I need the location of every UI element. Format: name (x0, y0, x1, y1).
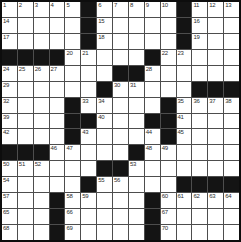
cell-r15c11[interactable]: 70 (161, 225, 176, 240)
cell-r1c14[interactable]: 12 (208, 2, 223, 17)
clue-number: 51 (19, 161, 25, 168)
cell-r15c9[interactable] (129, 225, 144, 240)
clue-number: 8 (130, 2, 133, 9)
clue-number: 7 (114, 2, 117, 9)
cell-r6c9[interactable]: 31 (129, 82, 144, 97)
cell-r9c4[interactable] (50, 129, 65, 144)
cell-r1c5[interactable]: 5 (65, 2, 80, 17)
cell-r14c9[interactable] (129, 209, 144, 224)
cell-r14c7[interactable] (97, 209, 112, 224)
cell-r2c10[interactable] (145, 18, 160, 33)
cell-r13c15[interactable]: 64 (224, 193, 239, 208)
clue-number: 42 (3, 129, 9, 136)
cell-r9c8[interactable] (113, 129, 128, 144)
cell-r10c13[interactable] (192, 145, 207, 160)
cell-r10c11[interactable]: 49 (161, 145, 176, 160)
black-cell-r6c15 (224, 82, 239, 97)
cell-r1c15[interactable]: 13 (224, 2, 239, 17)
clue-number: 39 (3, 114, 9, 121)
cell-r2c1[interactable]: 14 (2, 18, 17, 33)
clue-number: 3 (35, 2, 38, 9)
cell-r13c5[interactable]: 58 (65, 193, 80, 208)
cell-r9c12[interactable]: 45 (177, 129, 192, 144)
cell-r6c8[interactable]: 30 (113, 82, 128, 97)
clue-number: 60 (162, 193, 168, 200)
cell-r13c7[interactable] (97, 193, 112, 208)
cell-r4c11[interactable]: 22 (161, 50, 176, 65)
cell-r7c6[interactable]: 33 (81, 98, 96, 113)
cell-r8c1[interactable]: 39 (2, 114, 17, 129)
cell-r2c3[interactable] (34, 18, 49, 33)
cell-r10c6[interactable] (81, 145, 96, 160)
clue-number: 44 (146, 129, 152, 136)
cell-r14c8[interactable] (113, 209, 128, 224)
cell-r3c4[interactable] (50, 34, 65, 49)
clue-number: 32 (3, 98, 9, 105)
cell-r12c3[interactable] (34, 177, 49, 192)
clue-number: 25 (19, 66, 25, 73)
clue-number: 40 (98, 114, 104, 121)
clue-number: 50 (3, 161, 9, 168)
cell-r11c9[interactable]: 53 (129, 161, 144, 176)
black-cell-r6c14 (208, 82, 223, 97)
cell-r8c2[interactable] (18, 114, 33, 129)
clue-number: 31 (130, 82, 136, 89)
cell-r4c7[interactable] (97, 50, 112, 65)
cell-r1c1[interactable]: 1 (2, 2, 17, 17)
cell-r4c15[interactable] (224, 50, 239, 65)
clue-number: 4 (51, 2, 54, 9)
cell-r2c2[interactable] (18, 18, 33, 33)
clue-number: 22 (162, 50, 168, 57)
cell-r4c14[interactable] (208, 50, 223, 65)
clue-number: 69 (66, 225, 72, 232)
cell-r11c2[interactable]: 51 (18, 161, 33, 176)
cell-r8c14[interactable] (208, 114, 223, 129)
black-cell-r7c5 (65, 98, 80, 113)
clue-number: 13 (225, 2, 231, 9)
cell-r10c7[interactable] (97, 145, 112, 160)
cell-r12c10[interactable] (145, 177, 160, 192)
cell-r2c9[interactable] (129, 18, 144, 33)
clue-number: 65 (3, 209, 9, 216)
black-cell-r3c12 (177, 34, 192, 49)
cell-r13c14[interactable]: 63 (208, 193, 223, 208)
cell-r11c15[interactable] (224, 161, 239, 176)
black-cell-r10c9 (129, 145, 144, 160)
cell-r5c15[interactable] (224, 66, 239, 81)
cell-r4c8[interactable] (113, 50, 128, 65)
black-cell-r7c11 (161, 98, 176, 113)
cell-r7c1[interactable]: 32 (2, 98, 17, 113)
cell-r13c12[interactable]: 61 (177, 193, 192, 208)
black-cell-r1c6 (81, 2, 96, 17)
cell-r3c15[interactable] (224, 34, 239, 49)
clue-number: 34 (98, 98, 104, 105)
cell-r11c1[interactable]: 50 (2, 161, 17, 176)
clue-number: 70 (162, 225, 168, 232)
clue-number: 33 (82, 98, 88, 105)
black-cell-r5c8 (113, 66, 128, 81)
black-cell-r4c2 (18, 50, 33, 65)
cell-r12c1[interactable]: 54 (2, 177, 17, 192)
black-cell-r12c12 (177, 177, 192, 192)
cell-r12c7[interactable]: 55 (97, 177, 112, 192)
cell-r5c6[interactable] (81, 66, 96, 81)
clue-number: 19 (193, 34, 199, 41)
black-cell-r10c1 (2, 145, 17, 160)
clue-number: 36 (193, 98, 199, 105)
cell-r7c9[interactable] (129, 98, 144, 113)
black-cell-r8c5 (65, 114, 80, 129)
cell-r13c2[interactable] (18, 193, 33, 208)
cell-r12c11[interactable] (161, 177, 176, 192)
cell-r12c8[interactable]: 56 (113, 177, 128, 192)
cell-r3c8[interactable] (113, 34, 128, 49)
cell-r3c7[interactable]: 18 (97, 34, 112, 49)
cell-r6c2[interactable] (18, 82, 33, 97)
cell-r13c3[interactable] (34, 193, 49, 208)
cell-r1c4[interactable]: 4 (50, 2, 65, 17)
cell-r5c10[interactable]: 28 (145, 66, 160, 81)
clue-number: 14 (3, 18, 9, 25)
cell-r11c5[interactable] (65, 161, 80, 176)
cell-r7c13[interactable]: 36 (192, 98, 207, 113)
cell-r12c9[interactable] (129, 177, 144, 192)
cell-r15c3[interactable] (34, 225, 49, 240)
clue-number: 45 (178, 129, 184, 136)
clue-number: 21 (82, 50, 88, 57)
clue-number: 1 (3, 2, 6, 9)
black-cell-r12c13 (192, 177, 207, 192)
cell-r15c6[interactable] (81, 225, 96, 240)
black-cell-r11c8 (113, 161, 128, 176)
black-cell-r5c9 (129, 66, 144, 81)
cell-r2c5[interactable] (65, 18, 80, 33)
clue-number: 55 (98, 177, 104, 184)
black-cell-r15c4 (50, 225, 65, 240)
cell-r7c2[interactable] (18, 98, 33, 113)
cell-r14c14[interactable] (208, 209, 223, 224)
cell-r3c10[interactable] (145, 34, 160, 49)
cell-r2c11[interactable] (161, 18, 176, 33)
cell-r11c13[interactable] (192, 161, 207, 176)
cell-r9c3[interactable] (34, 129, 49, 144)
cell-r15c7[interactable] (97, 225, 112, 240)
cell-r12c4[interactable] (50, 177, 65, 192)
cell-r14c1[interactable]: 65 (2, 209, 17, 224)
cell-r5c12[interactable] (177, 66, 192, 81)
cell-r3c11[interactable] (161, 34, 176, 49)
cell-r13c11[interactable]: 60 (161, 193, 176, 208)
cell-r15c5[interactable]: 69 (65, 225, 80, 240)
clue-number: 24 (3, 66, 9, 73)
black-cell-r9c11 (161, 129, 176, 144)
cell-r9c13[interactable] (192, 129, 207, 144)
clue-number: 2 (19, 2, 22, 9)
clue-number: 18 (98, 34, 104, 41)
black-cell-r8c6 (81, 114, 96, 129)
cell-r8c7[interactable]: 40 (97, 114, 112, 129)
cell-r15c15[interactable] (224, 225, 239, 240)
cell-r11c4[interactable] (50, 161, 65, 176)
cell-r14c6[interactable] (81, 209, 96, 224)
cell-r4c5[interactable]: 20 (65, 50, 80, 65)
clue-number: 29 (3, 82, 9, 89)
cell-r8c13[interactable] (192, 114, 207, 129)
cell-r5c4[interactable]: 27 (50, 66, 65, 81)
clue-number: 49 (162, 145, 168, 152)
cell-r2c15[interactable] (224, 18, 239, 33)
cell-r14c11[interactable]: 67 (161, 209, 176, 224)
cell-r7c14[interactable]: 37 (208, 98, 223, 113)
cell-r3c2[interactable] (18, 34, 33, 49)
cell-r10c10[interactable]: 48 (145, 145, 160, 160)
cell-r3c9[interactable] (129, 34, 144, 49)
cell-r8c9[interactable] (129, 114, 144, 129)
black-cell-r4c10 (145, 50, 160, 65)
cell-r1c2[interactable]: 2 (18, 2, 33, 17)
cell-r1c11[interactable]: 10 (161, 2, 176, 17)
cell-r11c11[interactable] (161, 161, 176, 176)
cell-r6c11[interactable] (161, 82, 176, 97)
cell-r3c1[interactable]: 17 (2, 34, 17, 49)
clue-number: 68 (3, 225, 9, 232)
cell-r3c13[interactable]: 19 (192, 34, 207, 49)
cell-r14c13[interactable] (192, 209, 207, 224)
clue-number: 16 (193, 18, 199, 25)
cell-r10c14[interactable] (208, 145, 223, 160)
black-cell-r10c3 (34, 145, 49, 160)
cell-r1c8[interactable]: 7 (113, 2, 128, 17)
cell-r2c4[interactable] (50, 18, 65, 33)
cell-r10c4[interactable]: 46 (50, 145, 65, 160)
cell-r9c7[interactable] (97, 129, 112, 144)
cell-r15c2[interactable] (18, 225, 33, 240)
black-cell-r4c1 (2, 50, 17, 65)
cell-r6c3[interactable] (34, 82, 49, 97)
clue-number: 27 (51, 66, 57, 73)
clue-number: 54 (3, 177, 9, 184)
black-cell-r8c10 (145, 114, 160, 129)
cell-r5c13[interactable] (192, 66, 207, 81)
cell-r11c10[interactable] (145, 161, 160, 176)
black-cell-r6c7 (97, 82, 112, 97)
clue-number: 10 (162, 2, 168, 9)
black-cell-r13c10 (145, 193, 160, 208)
cell-r1c9[interactable]: 8 (129, 2, 144, 17)
black-cell-r3c6 (81, 34, 96, 49)
cell-r9c10[interactable]: 44 (145, 129, 160, 144)
clue-number: 20 (66, 50, 72, 57)
clue-number: 61 (178, 193, 184, 200)
cell-r1c10[interactable]: 9 (145, 2, 160, 17)
clue-number: 15 (98, 18, 104, 25)
cell-r11c3[interactable]: 52 (34, 161, 49, 176)
clue-number: 56 (114, 177, 120, 184)
cell-r10c8[interactable] (113, 145, 128, 160)
black-cell-r9c5 (65, 129, 80, 144)
black-cell-r11c7 (97, 161, 112, 176)
clue-number: 11 (193, 2, 199, 9)
cell-r14c2[interactable] (18, 209, 33, 224)
cell-r9c2[interactable] (18, 129, 33, 144)
cell-r9c6[interactable]: 43 (81, 129, 96, 144)
cell-r15c1[interactable]: 68 (2, 225, 17, 240)
cell-r4c6[interactable]: 21 (81, 50, 96, 65)
clue-number: 9 (146, 2, 149, 9)
cell-r15c8[interactable] (113, 225, 128, 240)
black-cell-r4c3 (34, 50, 49, 65)
black-cell-r6c13 (192, 82, 207, 97)
black-cell-r8c11 (161, 114, 176, 129)
cell-r8c15[interactable] (224, 114, 239, 129)
clue-number: 57 (3, 193, 9, 200)
cell-r6c12[interactable] (177, 82, 192, 97)
cell-r14c5[interactable]: 66 (65, 209, 80, 224)
cell-r2c8[interactable] (113, 18, 128, 33)
clue-number: 46 (51, 145, 57, 152)
cell-r2c13[interactable]: 16 (192, 18, 207, 33)
clue-number: 28 (146, 66, 152, 73)
cell-r7c3[interactable] (34, 98, 49, 113)
cell-r6c10[interactable] (145, 82, 160, 97)
cell-r14c15[interactable] (224, 209, 239, 224)
black-cell-r12c6 (81, 177, 96, 192)
cell-r12c5[interactable] (65, 177, 80, 192)
clue-number: 52 (35, 161, 41, 168)
cell-r6c4[interactable] (50, 82, 65, 97)
clue-number: 59 (82, 193, 88, 200)
clue-number: 6 (98, 2, 101, 9)
black-cell-r12c15 (224, 177, 239, 192)
cell-r13c6[interactable]: 59 (81, 193, 96, 208)
clue-number: 53 (130, 161, 136, 168)
cell-r9c15[interactable] (224, 129, 239, 144)
crossword-page: 1234567891011121314151617181920212223242… (0, 0, 241, 242)
black-cell-r15c10 (145, 225, 160, 240)
cell-r10c5[interactable]: 47 (65, 145, 80, 160)
cell-r1c13[interactable]: 11 (192, 2, 207, 17)
black-cell-r14c10 (145, 209, 160, 224)
clue-number: 30 (114, 82, 120, 89)
cell-r14c12[interactable] (177, 209, 192, 224)
cell-r10c15[interactable] (224, 145, 239, 160)
clue-number: 12 (209, 2, 215, 9)
cell-r13c9[interactable] (129, 193, 144, 208)
cell-r4c13[interactable] (192, 50, 207, 65)
cell-r9c14[interactable] (208, 129, 223, 144)
cell-r5c7[interactable] (97, 66, 112, 81)
cell-r2c14[interactable] (208, 18, 223, 33)
black-cell-r12c14 (208, 177, 223, 192)
clue-number: 41 (178, 114, 184, 121)
clue-number: 17 (3, 34, 9, 41)
cell-r11c14[interactable] (208, 161, 223, 176)
cell-r3c5[interactable] (65, 34, 80, 49)
cell-r15c13[interactable] (192, 225, 207, 240)
cell-r7c15[interactable]: 38 (224, 98, 239, 113)
cell-r6c1[interactable]: 29 (2, 82, 17, 97)
black-cell-r2c6 (81, 18, 96, 33)
clue-number: 38 (225, 98, 231, 105)
clue-number: 48 (146, 145, 152, 152)
clue-number: 5 (66, 2, 69, 9)
cell-r13c1[interactable]: 57 (2, 193, 17, 208)
cell-r8c12[interactable]: 41 (177, 114, 192, 129)
clue-number: 23 (178, 50, 184, 57)
cell-r7c12[interactable]: 35 (177, 98, 192, 113)
cell-r15c14[interactable] (208, 225, 223, 240)
cell-r3c3[interactable] (34, 34, 49, 49)
cell-r4c12[interactable]: 23 (177, 50, 192, 65)
cell-r8c4[interactable] (50, 114, 65, 129)
cell-r10c12[interactable] (177, 145, 192, 160)
clue-number: 64 (225, 193, 231, 200)
black-cell-r2c12 (177, 18, 192, 33)
cell-r13c8[interactable] (113, 193, 128, 208)
cell-r1c7[interactable]: 6 (97, 2, 112, 17)
cell-r15c12[interactable] (177, 225, 192, 240)
black-cell-r4c4 (50, 50, 65, 65)
cell-r2c7[interactable]: 15 (97, 18, 112, 33)
cell-r5c3[interactable]: 26 (34, 66, 49, 81)
cell-r6c5[interactable] (65, 82, 80, 97)
cell-r13c13[interactable]: 62 (192, 193, 207, 208)
cell-r4c9[interactable] (129, 50, 144, 65)
cell-r1c3[interactable]: 3 (34, 2, 49, 17)
cell-r9c1[interactable]: 42 (2, 129, 17, 144)
cell-r7c10[interactable] (145, 98, 160, 113)
clue-number: 66 (66, 209, 72, 216)
clue-number: 43 (82, 129, 88, 136)
black-cell-r1c12 (177, 2, 192, 17)
cell-r8c8[interactable] (113, 114, 128, 129)
cell-r7c7[interactable]: 34 (97, 98, 112, 113)
cell-r5c11[interactable] (161, 66, 176, 81)
clue-number: 47 (66, 145, 72, 152)
clue-number: 26 (35, 66, 41, 73)
clue-number: 35 (178, 98, 184, 105)
cell-r12c2[interactable] (18, 177, 33, 192)
cell-r7c4[interactable] (50, 98, 65, 113)
clue-number: 67 (162, 209, 168, 216)
cell-r11c12[interactable] (177, 161, 192, 176)
cell-r14c3[interactable] (34, 209, 49, 224)
black-cell-r14c4 (50, 209, 65, 224)
crossword-board: 1234567891011121314151617181920212223242… (0, 0, 241, 242)
black-cell-r13c4 (50, 193, 65, 208)
cell-r11c6[interactable] (81, 161, 96, 176)
cell-r9c9[interactable] (129, 129, 144, 144)
clue-number: 37 (209, 98, 215, 105)
cell-r5c14[interactable] (208, 66, 223, 81)
black-cell-r10c2 (18, 145, 33, 160)
clue-number: 62 (193, 193, 199, 200)
cell-r3c14[interactable] (208, 34, 223, 49)
cell-r7c8[interactable] (113, 98, 128, 113)
cell-r8c3[interactable] (34, 114, 49, 129)
cell-r6c6[interactable] (81, 82, 96, 97)
cell-r5c1[interactable]: 24 (2, 66, 17, 81)
cell-r5c5[interactable] (65, 66, 80, 81)
cell-r5c2[interactable]: 25 (18, 66, 33, 81)
clue-number: 63 (209, 193, 215, 200)
clue-number: 58 (66, 193, 72, 200)
